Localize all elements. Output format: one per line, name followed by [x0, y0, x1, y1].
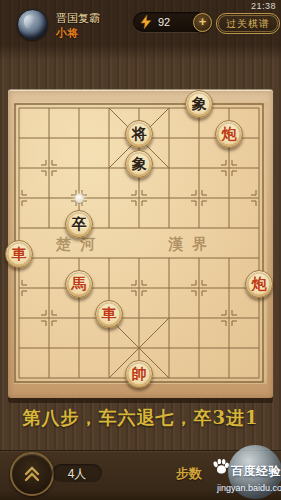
puzzle-records-button[interactable]: 过关棋谱	[216, 13, 280, 34]
piece-red-cannon[interactable]: 炮	[215, 120, 243, 148]
lightning-icon	[140, 15, 152, 29]
players-count: 4人	[52, 466, 102, 483]
xiangqi-app-screen: 21:38 晋国复霸 小将 92 + 过关棋谱 楚河 漢界 象将炮象卒車馬炮車帥…	[0, 0, 281, 500]
piece-black-elephant[interactable]: 象	[125, 150, 153, 178]
add-energy-button[interactable]: +	[193, 13, 212, 32]
status-time: 21:38	[251, 1, 276, 11]
energy-value: 92	[158, 16, 170, 28]
last-move-origin-marker	[75, 194, 84, 203]
steps-label: 步数	[176, 465, 202, 483]
piece-red-cannon[interactable]: 炮	[245, 270, 273, 298]
baidu-paw-icon	[212, 458, 230, 476]
piece-black-soldier[interactable]: 卒	[65, 210, 93, 238]
piece-red-chariot[interactable]: 車	[5, 240, 33, 268]
player-name: 晋国复霸	[56, 11, 100, 26]
river-text-right: 漢界	[168, 235, 216, 254]
piece-red-horse[interactable]: 馬	[65, 270, 93, 298]
chevron-up-icon	[21, 465, 43, 483]
collapse-panel-button[interactable]	[10, 452, 54, 496]
piece-black-elephant[interactable]: 象	[185, 90, 213, 118]
move-caption: 第八步，车六退七，卒3进1	[0, 406, 281, 430]
piece-red-chariot[interactable]: 車	[95, 300, 123, 328]
piece-red-general[interactable]: 帥	[125, 360, 153, 388]
watermark-url: jingyan.baidu.com	[217, 483, 281, 493]
watermark-brand: 百度经验	[231, 463, 281, 480]
player-avatar[interactable]	[17, 9, 48, 40]
player-rank-badge: 小将	[56, 26, 78, 41]
piece-black-general[interactable]: 将	[125, 120, 153, 148]
